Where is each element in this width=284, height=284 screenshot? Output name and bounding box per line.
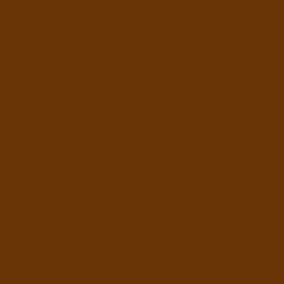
chess-board — [14, 14, 270, 270]
file-labels — [14, 0, 270, 14]
chess-board-frame — [0, 0, 284, 284]
rank-labels — [0, 14, 14, 270]
bottom-border — [0, 270, 284, 284]
